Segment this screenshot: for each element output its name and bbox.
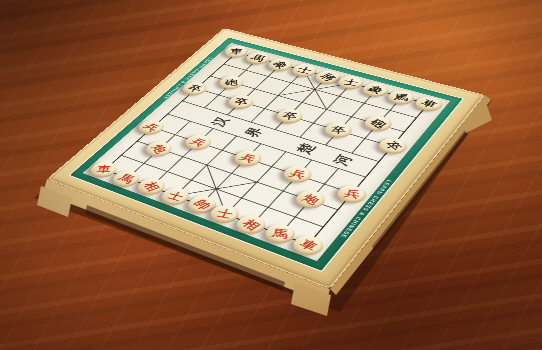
piece-glyph: 車 (230, 48, 243, 55)
piece-glyph: 馬 (249, 54, 266, 63)
piece-glyph: 馬 (394, 93, 409, 101)
piece-glyph: 車 (96, 165, 112, 174)
piece-glyph: 象 (271, 60, 289, 69)
piece-glyph: 士 (166, 190, 186, 202)
piece-glyph: 兵 (288, 169, 307, 181)
piece-black-horse[interactable]: 馬 (384, 88, 418, 106)
piece-black-cannon[interactable]: 砲 (361, 114, 396, 134)
piece-black-soldier[interactable]: 卒 (375, 136, 411, 157)
piece-glyph: 士 (215, 208, 234, 220)
piece-red-cannon[interactable]: 炮 (292, 188, 330, 211)
piece-glyph: 士 (296, 66, 313, 75)
piece-glyph: 砲 (368, 118, 388, 129)
piece-glyph: 車 (297, 238, 320, 253)
piece-red-soldier[interactable]: 兵 (181, 133, 216, 153)
piece-glyph: 炮 (150, 143, 169, 154)
piece-glyph: 車 (419, 99, 439, 110)
piece-glyph: 帥 (192, 198, 213, 211)
piece-glyph: 兵 (238, 153, 258, 165)
piece-black-soldier[interactable]: 卒 (321, 120, 356, 140)
piece-black-soldier[interactable]: 卒 (273, 107, 307, 126)
piece-glyph: 相 (142, 180, 161, 192)
piece-glyph: 卒 (186, 84, 203, 93)
piece-glyph: 炮 (300, 193, 322, 206)
piece-glyph: 將 (319, 72, 338, 82)
piece-red-soldier[interactable]: 兵 (279, 163, 316, 185)
piece-glyph: 卒 (233, 98, 250, 107)
piece-glyph: 象 (366, 85, 386, 95)
piece-black-soldier[interactable]: 卒 (224, 93, 257, 111)
piece-red-cannon[interactable]: 炮 (141, 139, 176, 159)
piece-red-soldier[interactable]: 兵 (333, 183, 371, 206)
piece-glyph: 兵 (142, 122, 161, 133)
piece-glyph: 兵 (188, 137, 208, 148)
piece-black-cannon[interactable]: 砲 (215, 74, 248, 91)
scene: LEARN CHESS & CHINESE LEARN CHESS & CHIN… (0, 0, 542, 350)
piece-glyph: 士 (343, 78, 359, 87)
piece-glyph: 砲 (225, 79, 239, 86)
piece-glyph: 卒 (331, 126, 346, 134)
piece-glyph: 馬 (271, 228, 289, 240)
piece-glyph: 卒 (383, 140, 404, 152)
piece-glyph: 相 (240, 218, 262, 232)
piece-glyph: 卒 (282, 112, 298, 121)
piece-glyph: 兵 (343, 188, 362, 200)
piece-glyph: 馬 (116, 173, 136, 185)
piece-red-soldier[interactable]: 兵 (230, 148, 266, 169)
